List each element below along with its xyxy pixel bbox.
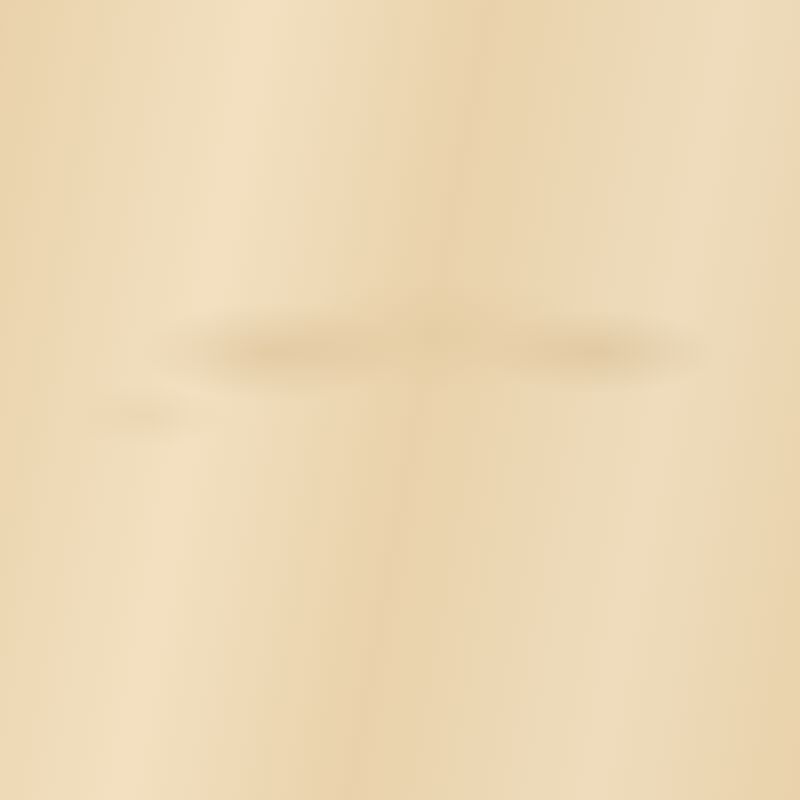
pegs-group bbox=[0, 0, 800, 800]
pegboard-product-photo bbox=[0, 0, 800, 800]
